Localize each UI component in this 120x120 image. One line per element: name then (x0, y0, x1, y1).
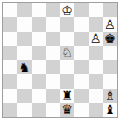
square-c5[interactable] (32, 46, 46, 60)
square-h3[interactable] (103, 74, 117, 88)
square-b2[interactable] (17, 89, 31, 103)
square-f6[interactable] (74, 32, 88, 46)
square-c8[interactable] (32, 3, 46, 17)
square-c3[interactable] (32, 74, 46, 88)
square-b3[interactable] (17, 74, 31, 88)
square-h4[interactable] (103, 60, 117, 74)
square-g5[interactable] (89, 46, 103, 60)
square-a6[interactable] (3, 32, 17, 46)
square-a2[interactable] (3, 89, 17, 103)
square-c6[interactable] (32, 32, 46, 46)
square-e8[interactable]: ♔ (60, 3, 74, 17)
square-h2[interactable]: ♗ (103, 89, 117, 103)
piece-black-queen: ♛ (61, 103, 73, 116)
square-g8[interactable] (89, 3, 103, 17)
square-b8[interactable] (17, 3, 31, 17)
piece-white-knight: ♘ (61, 46, 73, 59)
piece-white-bishop: ♗ (104, 89, 116, 102)
square-g7[interactable] (89, 17, 103, 31)
square-h8[interactable] (103, 3, 117, 17)
square-c2[interactable] (32, 89, 46, 103)
square-d6[interactable] (46, 32, 60, 46)
square-e5[interactable]: ♘ (60, 46, 74, 60)
square-c4[interactable] (32, 60, 46, 74)
square-d7[interactable] (46, 17, 60, 31)
chess-board: ♔♙♙♚♘♞♜♗♛♝ (2, 2, 118, 118)
square-e2[interactable]: ♜ (60, 89, 74, 103)
square-f5[interactable] (74, 46, 88, 60)
square-e7[interactable] (60, 17, 74, 31)
square-f7[interactable] (74, 17, 88, 31)
piece-black-bishop: ♝ (104, 103, 116, 116)
square-b5[interactable] (17, 46, 31, 60)
piece-black-knight: ♞ (19, 61, 31, 74)
square-a8[interactable] (3, 3, 17, 17)
square-f4[interactable] (74, 60, 88, 74)
square-h1[interactable]: ♝ (103, 103, 117, 117)
square-g3[interactable] (89, 74, 103, 88)
piece-white-king: ♔ (61, 4, 73, 17)
square-d5[interactable] (46, 46, 60, 60)
square-a3[interactable] (3, 74, 17, 88)
piece-black-king: ♚ (104, 32, 116, 45)
square-b1[interactable] (17, 103, 31, 117)
square-d4[interactable] (46, 60, 60, 74)
square-e3[interactable] (60, 74, 74, 88)
square-e4[interactable] (60, 60, 74, 74)
square-a5[interactable] (3, 46, 17, 60)
square-e6[interactable] (60, 32, 74, 46)
square-a7[interactable] (3, 17, 17, 31)
square-h5[interactable] (103, 46, 117, 60)
square-h6[interactable]: ♚ (103, 32, 117, 46)
square-f8[interactable] (74, 3, 88, 17)
piece-black-rook: ♜ (61, 89, 73, 102)
square-h7[interactable]: ♙ (103, 17, 117, 31)
square-d2[interactable] (46, 89, 60, 103)
chess-diagram: ♔♙♙♚♘♞♜♗♛♝ (0, 0, 120, 120)
square-a1[interactable] (3, 103, 17, 117)
square-d1[interactable] (46, 103, 60, 117)
square-b7[interactable] (17, 17, 31, 31)
piece-white-pawn: ♙ (90, 32, 102, 45)
square-b4[interactable]: ♞ (17, 60, 31, 74)
square-f2[interactable] (74, 89, 88, 103)
square-g2[interactable] (89, 89, 103, 103)
square-c7[interactable] (32, 17, 46, 31)
square-g4[interactable] (89, 60, 103, 74)
square-d8[interactable] (46, 3, 60, 17)
square-c1[interactable] (32, 103, 46, 117)
square-g1[interactable] (89, 103, 103, 117)
piece-white-pawn: ♙ (104, 18, 116, 31)
square-a4[interactable] (3, 60, 17, 74)
square-f1[interactable] (74, 103, 88, 117)
square-e1[interactable]: ♛ (60, 103, 74, 117)
square-f3[interactable] (74, 74, 88, 88)
square-b6[interactable] (17, 32, 31, 46)
square-g6[interactable]: ♙ (89, 32, 103, 46)
square-d3[interactable] (46, 74, 60, 88)
